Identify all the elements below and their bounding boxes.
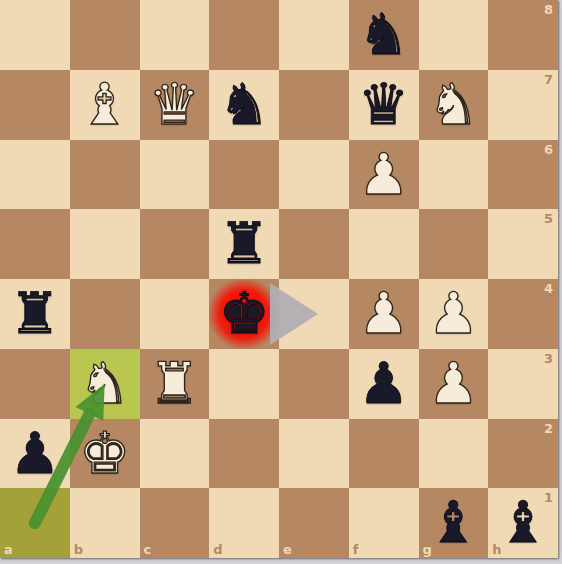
square-c7[interactable]: ♛ [140, 70, 210, 140]
square-h1[interactable]: h1♝ [488, 488, 558, 558]
square-e8[interactable] [279, 0, 349, 70]
square-a5[interactable] [0, 209, 70, 279]
square-f2[interactable] [349, 419, 419, 489]
square-c6[interactable] [140, 140, 210, 210]
square-b2[interactable]: ♚ [70, 419, 140, 489]
square-g5[interactable] [419, 209, 489, 279]
square-e1[interactable]: e [279, 488, 349, 558]
square-c1[interactable]: c [140, 488, 210, 558]
square-d7[interactable]: ♞ [209, 70, 279, 140]
square-a6[interactable] [0, 140, 70, 210]
chess-board-container: ♞8♝♛♞♛♞7♟6♜5♜♚♟♟4♞♜♟♟3♟♚2abcdefg♝h1♝ [0, 0, 558, 558]
square-g6[interactable] [419, 140, 489, 210]
white-pawn-f4[interactable]: ♟ [349, 279, 419, 349]
coord-rank-8: 8 [544, 2, 553, 17]
black-knight-f8[interactable]: ♞ [349, 0, 419, 70]
coord-rank-5: 5 [544, 211, 553, 226]
square-e7[interactable] [279, 70, 349, 140]
white-pawn-f6[interactable]: ♟ [349, 140, 419, 210]
white-king-b2[interactable]: ♚ [70, 419, 140, 489]
chess-board: ♞8♝♛♞♛♞7♟6♜5♜♚♟♟4♞♜♟♟3♟♚2abcdefg♝h1♝ [0, 0, 558, 558]
coord-rank-2: 2 [544, 421, 553, 436]
square-f1[interactable]: f [349, 488, 419, 558]
square-d2[interactable] [209, 419, 279, 489]
black-rook-d5[interactable]: ♜ [209, 209, 279, 279]
coord-rank-4: 4 [544, 281, 553, 296]
square-e2[interactable] [279, 419, 349, 489]
square-e5[interactable] [279, 209, 349, 279]
square-d5[interactable]: ♜ [209, 209, 279, 279]
square-f4[interactable]: ♟ [349, 279, 419, 349]
white-pawn-g3[interactable]: ♟ [419, 349, 489, 419]
square-h6[interactable]: 6 [488, 140, 558, 210]
square-e4[interactable] [279, 279, 349, 349]
square-h5[interactable]: 5 [488, 209, 558, 279]
square-c4[interactable] [140, 279, 210, 349]
square-a8[interactable] [0, 0, 70, 70]
square-d3[interactable] [209, 349, 279, 419]
coord-file-b: b [74, 542, 83, 557]
square-a7[interactable] [0, 70, 70, 140]
coord-file-e: e [283, 542, 292, 557]
square-g8[interactable] [419, 0, 489, 70]
square-c2[interactable] [140, 419, 210, 489]
coord-file-a: a [4, 542, 13, 557]
coord-file-f: f [353, 542, 359, 557]
square-a4[interactable]: ♜ [0, 279, 70, 349]
square-b7[interactable]: ♝ [70, 70, 140, 140]
square-b6[interactable] [70, 140, 140, 210]
square-c5[interactable] [140, 209, 210, 279]
square-f7[interactable]: ♛ [349, 70, 419, 140]
square-f6[interactable]: ♟ [349, 140, 419, 210]
coord-file-h: h [492, 542, 501, 557]
square-c3[interactable]: ♜ [140, 349, 210, 419]
square-a1[interactable]: a [0, 488, 70, 558]
white-pawn-g4[interactable]: ♟ [419, 279, 489, 349]
coord-rank-3: 3 [544, 351, 553, 366]
white-knight-g7[interactable]: ♞ [419, 70, 489, 140]
square-d1[interactable]: d [209, 488, 279, 558]
square-h8[interactable]: 8 [488, 0, 558, 70]
square-a3[interactable] [0, 349, 70, 419]
white-queen-c7[interactable]: ♛ [140, 70, 210, 140]
black-queen-f7[interactable]: ♛ [349, 70, 419, 140]
square-g7[interactable]: ♞ [419, 70, 489, 140]
square-g4[interactable]: ♟ [419, 279, 489, 349]
white-knight-b3[interactable]: ♞ [70, 349, 140, 419]
square-b3[interactable]: ♞ [70, 349, 140, 419]
square-d4[interactable]: ♚ [209, 279, 279, 349]
square-b4[interactable] [70, 279, 140, 349]
square-f3[interactable]: ♟ [349, 349, 419, 419]
square-b1[interactable]: b [70, 488, 140, 558]
square-g2[interactable] [419, 419, 489, 489]
square-a2[interactable]: ♟ [0, 419, 70, 489]
square-c8[interactable] [140, 0, 210, 70]
white-rook-c3[interactable]: ♜ [140, 349, 210, 419]
square-f5[interactable] [349, 209, 419, 279]
square-h4[interactable]: 4 [488, 279, 558, 349]
square-g1[interactable]: g♝ [419, 488, 489, 558]
black-knight-d7[interactable]: ♞ [209, 70, 279, 140]
square-g3[interactable]: ♟ [419, 349, 489, 419]
square-b5[interactable] [70, 209, 140, 279]
square-e6[interactable] [279, 140, 349, 210]
black-pawn-a2[interactable]: ♟ [0, 419, 70, 489]
black-rook-a4[interactable]: ♜ [0, 279, 70, 349]
square-d6[interactable] [209, 140, 279, 210]
square-b8[interactable] [70, 0, 140, 70]
white-bishop-b7[interactable]: ♝ [70, 70, 140, 140]
square-f8[interactable]: ♞ [349, 0, 419, 70]
square-h2[interactable]: 2 [488, 419, 558, 489]
coord-file-g: g [423, 542, 432, 557]
black-pawn-f3[interactable]: ♟ [349, 349, 419, 419]
coord-rank-6: 6 [544, 142, 553, 157]
coord-file-c: c [144, 542, 152, 557]
square-h7[interactable]: 7 [488, 70, 558, 140]
square-h3[interactable]: 3 [488, 349, 558, 419]
black-king-d4[interactable]: ♚ [209, 279, 279, 349]
coord-rank-1: 1 [544, 490, 553, 505]
coord-file-d: d [213, 542, 222, 557]
square-d8[interactable] [209, 0, 279, 70]
coord-rank-7: 7 [544, 72, 553, 87]
square-e3[interactable] [279, 349, 349, 419]
